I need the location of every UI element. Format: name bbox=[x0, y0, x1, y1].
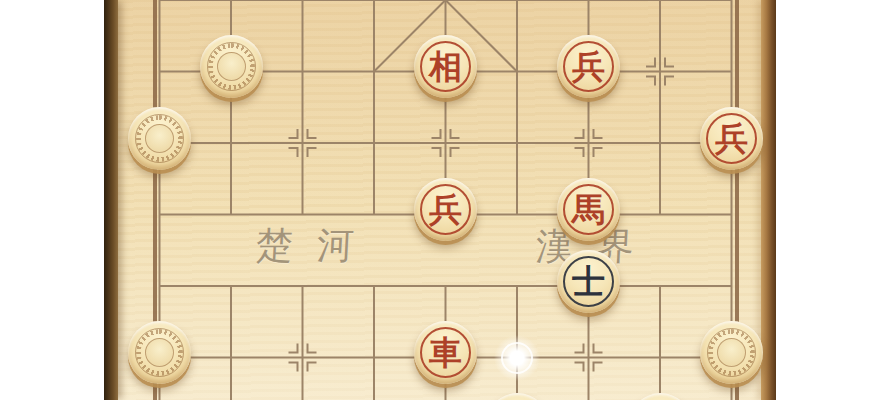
piece-glyph: 士 bbox=[557, 250, 620, 313]
red-pawn-piece-i3[interactable]: 兵 bbox=[700, 107, 763, 170]
face-down-piece-a6[interactable] bbox=[128, 321, 191, 384]
black-advisor-piece-g5[interactable]: 士 bbox=[557, 250, 620, 313]
hidden-ring-inner bbox=[145, 124, 174, 153]
river-label-left: 楚河 bbox=[255, 221, 380, 271]
hidden-ring-inner bbox=[145, 338, 174, 367]
piece-glyph: 兵 bbox=[557, 35, 620, 98]
hidden-ring-inner bbox=[217, 52, 246, 81]
board-right-edge bbox=[761, 0, 776, 400]
piece-glyph: 兵 bbox=[414, 178, 477, 241]
face-down-piece-a3[interactable] bbox=[128, 107, 191, 170]
red-chariot-piece-e6[interactable]: 車 bbox=[414, 321, 477, 384]
red-pawn-piece-g2[interactable]: 兵 bbox=[557, 35, 620, 98]
red-horse-piece-g4[interactable]: 馬 bbox=[557, 178, 620, 241]
piece-glyph: 相 bbox=[414, 35, 477, 98]
xiangqi-board[interactable]: 楚河 漢界 相兵兵兵馬士車 bbox=[104, 0, 776, 400]
board-left-edge bbox=[104, 0, 118, 400]
face-down-piece-b2[interactable] bbox=[200, 35, 263, 98]
red-pawn-piece-e4[interactable]: 兵 bbox=[414, 178, 477, 241]
game-screen: 楚河 漢界 相兵兵兵馬士車 bbox=[0, 0, 888, 400]
red-elephant-piece-e2[interactable]: 相 bbox=[414, 35, 477, 98]
face-down-piece-i6[interactable] bbox=[700, 321, 763, 384]
move-target-indicator[interactable] bbox=[493, 334, 541, 382]
piece-glyph: 車 bbox=[414, 321, 477, 384]
piece-glyph: 兵 bbox=[700, 107, 763, 170]
piece-glyph: 馬 bbox=[557, 178, 620, 241]
hidden-ring-inner bbox=[717, 338, 746, 367]
